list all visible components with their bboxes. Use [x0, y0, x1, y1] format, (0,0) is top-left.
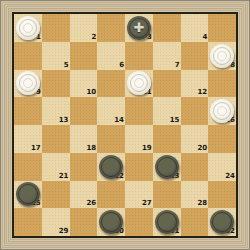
square-number: 2	[91, 34, 96, 41]
square-number: 29	[59, 228, 69, 235]
square-nonplayable	[153, 70, 181, 98]
square-nonplayable	[70, 208, 98, 236]
square-26[interactable]: 26	[70, 181, 98, 209]
square-27[interactable]: 27	[125, 181, 153, 209]
frame-right	[238, 1, 249, 249]
square-number: 28	[198, 200, 208, 207]
square-nonplayable	[153, 14, 181, 42]
square-22[interactable]: 22	[97, 153, 125, 181]
square-8[interactable]: 8	[208, 42, 236, 70]
square-nonplayable	[181, 208, 209, 236]
square-7[interactable]: 7	[153, 42, 181, 70]
square-nonplayable	[208, 125, 236, 153]
square-28[interactable]: 28	[181, 181, 209, 209]
square-21[interactable]: 21	[42, 153, 70, 181]
square-nonplayable	[97, 125, 125, 153]
square-nonplayable	[97, 181, 125, 209]
square-12[interactable]: 12	[181, 70, 209, 98]
square-number: 26	[87, 200, 97, 207]
square-15[interactable]: 15	[153, 97, 181, 125]
square-number: 14	[114, 117, 124, 124]
square-nonplayable	[14, 208, 42, 236]
black-man-square-31[interactable]	[155, 210, 179, 234]
square-nonplayable	[42, 14, 70, 42]
square-nonplayable	[125, 42, 153, 70]
black-man-square-22[interactable]	[99, 155, 123, 179]
square-number: 12	[198, 89, 208, 96]
square-number: 10	[87, 89, 97, 96]
square-nonplayable	[14, 153, 42, 181]
frame-top	[1, 1, 249, 12]
square-nonplayable	[181, 97, 209, 125]
square-4[interactable]: 4	[181, 14, 209, 42]
square-number: 18	[87, 145, 97, 152]
square-31[interactable]: 31	[153, 208, 181, 236]
square-18[interactable]: 18	[70, 125, 98, 153]
square-nonplayable	[208, 14, 236, 42]
white-man-square-8[interactable]	[210, 44, 234, 68]
square-nonplayable	[14, 42, 42, 70]
square-number: 7	[175, 62, 180, 69]
square-19[interactable]: 19	[125, 125, 153, 153]
square-3[interactable]: 3✚	[125, 14, 153, 42]
square-number: 13	[59, 117, 69, 124]
square-10[interactable]: 10	[70, 70, 98, 98]
square-nonplayable	[70, 42, 98, 70]
square-17[interactable]: 17	[14, 125, 42, 153]
square-number: 24	[225, 173, 235, 180]
board: 123✚456789101112131415161718192021222324…	[14, 14, 236, 236]
square-nonplayable	[181, 42, 209, 70]
square-nonplayable	[97, 70, 125, 98]
board-border: 123✚456789101112131415161718192021222324…	[12, 12, 238, 238]
checkers-board-frame: 123✚456789101112131415161718192021222324…	[0, 0, 250, 250]
square-2[interactable]: 2	[70, 14, 98, 42]
square-24[interactable]: 24	[208, 153, 236, 181]
square-23[interactable]: 23	[153, 153, 181, 181]
square-14[interactable]: 14	[97, 97, 125, 125]
square-nonplayable	[70, 97, 98, 125]
square-32[interactable]: 32	[208, 208, 236, 236]
square-number: 4	[202, 34, 207, 41]
square-nonplayable	[153, 181, 181, 209]
square-29[interactable]: 29	[42, 208, 70, 236]
square-nonplayable	[42, 125, 70, 153]
square-nonplayable	[42, 70, 70, 98]
square-nonplayable	[208, 181, 236, 209]
square-nonplayable	[181, 153, 209, 181]
square-nonplayable	[70, 153, 98, 181]
square-number: 19	[142, 145, 152, 152]
king-cross-icon: ✚	[133, 21, 144, 34]
square-number: 27	[142, 200, 152, 207]
square-nonplayable	[208, 70, 236, 98]
square-11[interactable]: 11	[125, 70, 153, 98]
square-number: 17	[31, 145, 41, 152]
square-20[interactable]: 20	[181, 125, 209, 153]
black-man-square-23[interactable]	[155, 155, 179, 179]
square-number: 20	[198, 145, 208, 152]
square-number: 5	[64, 62, 69, 69]
square-nonplayable	[14, 97, 42, 125]
frame-left	[1, 1, 12, 249]
square-nonplayable	[125, 97, 153, 125]
square-5[interactable]: 5	[42, 42, 70, 70]
square-nonplayable	[97, 14, 125, 42]
square-1[interactable]: 1	[14, 14, 42, 42]
square-6[interactable]: 6	[97, 42, 125, 70]
square-nonplayable	[125, 208, 153, 236]
square-30[interactable]: 30	[97, 208, 125, 236]
square-number: 21	[59, 173, 69, 180]
square-number: 15	[170, 117, 180, 124]
square-9[interactable]: 9	[14, 70, 42, 98]
square-nonplayable	[42, 181, 70, 209]
square-nonplayable	[153, 125, 181, 153]
frame-bottom	[1, 238, 249, 249]
square-13[interactable]: 13	[42, 97, 70, 125]
black-king-square-3[interactable]: ✚	[127, 16, 151, 40]
white-man-square-1[interactable]	[16, 16, 40, 40]
square-25[interactable]: 25	[14, 181, 42, 209]
square-nonplayable	[125, 153, 153, 181]
square-number: 6	[119, 62, 124, 69]
square-16[interactable]: 16	[208, 97, 236, 125]
